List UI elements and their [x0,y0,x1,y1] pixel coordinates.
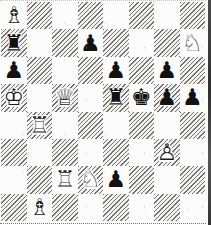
white-pawn-icon: ♙ [154,139,180,166]
square-g1 [154,194,180,221]
square-g7 [154,29,180,56]
black-pawn-icon: ♟ [103,57,129,84]
square-b8 [27,2,53,29]
square-g8 [154,2,180,29]
square-g4 [154,112,180,139]
square-e8 [103,2,129,29]
square-d2: ♞♘ [78,166,104,193]
square-b3 [27,139,53,166]
black-pawn-piece: ♟ [1,57,27,84]
white-rook-piece: ♜♖ [52,166,78,193]
square-e4 [103,112,129,139]
square-c7 [52,29,78,56]
square-h1 [180,194,206,221]
square-h7: ♞♘ [180,29,206,56]
black-pawn-icon: ♟ [154,84,180,111]
square-a3 [1,139,27,166]
white-bishop-piece: ♝♗ [27,194,53,221]
square-a7: ♜ [1,29,27,56]
square-e1 [103,194,129,221]
square-g6: ♟ [154,57,180,84]
square-f3 [129,139,155,166]
square-f1 [129,194,155,221]
square-h2 [180,166,206,193]
square-c8 [52,2,78,29]
square-e3 [103,139,129,166]
square-h8 [180,2,206,29]
square-a5: ♚♔ [1,84,27,111]
square-d5 [78,84,104,111]
black-pawn-piece: ♟ [154,57,180,84]
black-pawn-icon: ♟ [78,29,104,56]
square-g3: ♟♙ [154,139,180,166]
square-g5: ♟ [154,84,180,111]
white-queen-piece: ♛♕ [52,84,78,111]
black-pawn-icon: ♟ [180,84,206,111]
square-e2: ♟ [103,166,129,193]
black-rook-piece: ♜ [103,84,129,111]
square-f8 [129,2,155,29]
square-b6 [27,57,53,84]
black-king-piece: ♚ [129,84,155,111]
square-d3 [78,139,104,166]
white-rook-icon: ♖ [52,166,78,193]
square-g2 [154,166,180,193]
scan-edge-right [208,0,211,225]
square-c1 [52,194,78,221]
square-b1: ♝♗ [27,194,53,221]
white-rook-icon: ♖ [27,112,53,139]
square-h4 [180,112,206,139]
black-rook-icon: ♜ [1,29,27,56]
black-king-icon: ♚ [129,84,155,111]
black-pawn-piece: ♟ [154,84,180,111]
black-pawn-piece: ♟ [103,166,129,193]
square-e5: ♜ [103,84,129,111]
square-d1 [78,194,104,221]
scan-edge-bottom [0,223,206,224]
white-knight-piece: ♞♘ [180,29,206,56]
white-pawn-piece: ♟♙ [154,139,180,166]
white-king-piece: ♚♔ [1,84,27,111]
square-h3 [180,139,206,166]
square-f6 [129,57,155,84]
square-e7 [103,29,129,56]
black-pawn-piece: ♟ [78,29,104,56]
square-d7: ♟ [78,29,104,56]
square-h5: ♟ [180,84,206,111]
white-knight-piece: ♞♘ [78,166,104,193]
square-f5: ♚ [129,84,155,111]
black-rook-piece: ♜ [1,29,27,56]
square-d8 [78,2,104,29]
chess-board: ♝♗♜♟♞♘♟♟♟♚♔♛♕♜♚♟♟♜♖♟♙♜♖♞♘♟♝♗ [1,2,205,221]
square-c2: ♜♖ [52,166,78,193]
square-a1 [1,194,27,221]
black-pawn-icon: ♟ [154,57,180,84]
square-f7 [129,29,155,56]
square-a2 [1,166,27,193]
square-f2 [129,166,155,193]
square-b4: ♜♖ [27,112,53,139]
scan-edge-top [0,0,206,1]
square-h6 [180,57,206,84]
black-rook-icon: ♜ [103,84,129,111]
square-b5 [27,84,53,111]
white-queen-icon: ♕ [52,84,78,111]
white-bishop-icon: ♗ [27,194,53,221]
square-d6 [78,57,104,84]
square-d4 [78,112,104,139]
square-c5: ♛♕ [52,84,78,111]
square-e6: ♟ [103,57,129,84]
black-pawn-icon: ♟ [1,57,27,84]
white-knight-icon: ♘ [180,29,206,56]
square-a8: ♝♗ [1,2,27,29]
scanned-chess-diagram: ♝♗♜♟♞♘♟♟♟♚♔♛♕♜♚♟♟♜♖♟♙♜♖♞♘♟♝♗ [0,0,211,225]
square-c6 [52,57,78,84]
black-pawn-icon: ♟ [103,166,129,193]
white-king-icon: ♔ [1,84,27,111]
white-bishop-piece: ♝♗ [1,2,27,29]
white-bishop-icon: ♗ [1,2,27,29]
square-b7 [27,29,53,56]
square-c4 [52,112,78,139]
black-pawn-piece: ♟ [103,57,129,84]
square-a4 [1,112,27,139]
square-f4 [129,112,155,139]
square-c3 [52,139,78,166]
square-b2 [27,166,53,193]
white-knight-icon: ♘ [78,166,104,193]
black-pawn-piece: ♟ [180,84,206,111]
square-a6: ♟ [1,57,27,84]
white-rook-piece: ♜♖ [27,112,53,139]
